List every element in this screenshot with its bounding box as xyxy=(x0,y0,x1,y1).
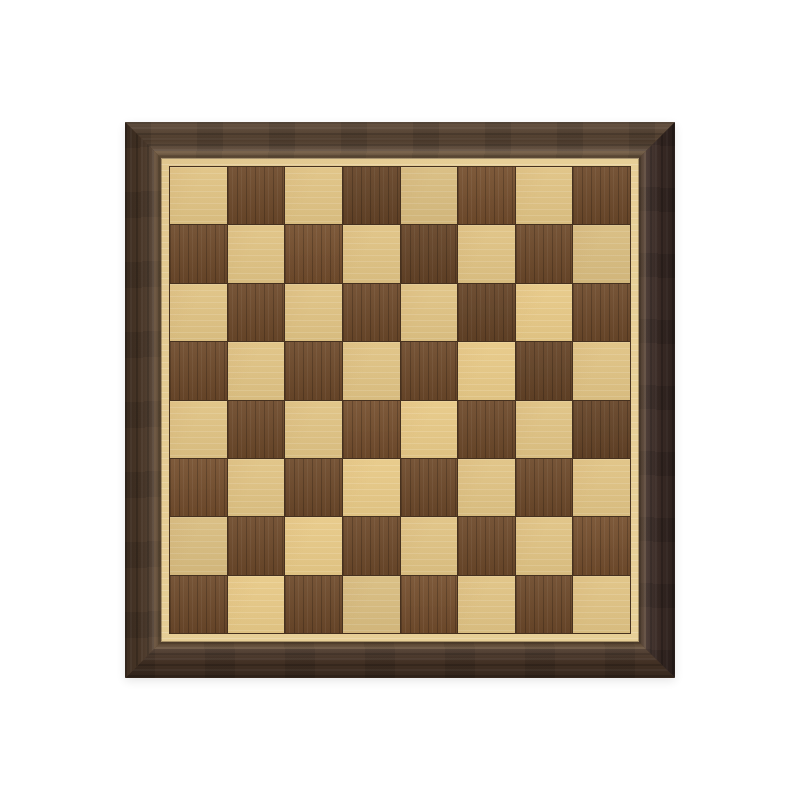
square-b6[interactable] xyxy=(228,284,285,341)
square-g6[interactable] xyxy=(516,284,573,341)
square-c4[interactable] xyxy=(285,401,342,458)
square-h2[interactable] xyxy=(573,517,630,574)
square-e7[interactable] xyxy=(401,225,458,282)
frame-bottom-rail xyxy=(125,642,675,678)
square-d6[interactable] xyxy=(343,284,400,341)
square-g1[interactable] xyxy=(516,576,573,633)
square-d4[interactable] xyxy=(343,401,400,458)
square-e6[interactable] xyxy=(401,284,458,341)
square-b5[interactable] xyxy=(228,342,285,399)
square-e5[interactable] xyxy=(401,342,458,399)
square-a8[interactable] xyxy=(170,167,227,224)
chess-board xyxy=(125,122,675,678)
square-a3[interactable] xyxy=(170,459,227,516)
frame-left-rail xyxy=(125,122,161,678)
square-a2[interactable] xyxy=(170,517,227,574)
frame-top-rail xyxy=(125,122,675,158)
square-e2[interactable] xyxy=(401,517,458,574)
square-e3[interactable] xyxy=(401,459,458,516)
frame-right-rail xyxy=(639,122,675,678)
square-f8[interactable] xyxy=(458,167,515,224)
square-d1[interactable] xyxy=(343,576,400,633)
square-b7[interactable] xyxy=(228,225,285,282)
square-g3[interactable] xyxy=(516,459,573,516)
square-h1[interactable] xyxy=(573,576,630,633)
square-c7[interactable] xyxy=(285,225,342,282)
square-a4[interactable] xyxy=(170,401,227,458)
square-c1[interactable] xyxy=(285,576,342,633)
square-d5[interactable] xyxy=(343,342,400,399)
square-f3[interactable] xyxy=(458,459,515,516)
square-b1[interactable] xyxy=(228,576,285,633)
square-a7[interactable] xyxy=(170,225,227,282)
square-f7[interactable] xyxy=(458,225,515,282)
square-e1[interactable] xyxy=(401,576,458,633)
square-a1[interactable] xyxy=(170,576,227,633)
square-f6[interactable] xyxy=(458,284,515,341)
square-f2[interactable] xyxy=(458,517,515,574)
square-b2[interactable] xyxy=(228,517,285,574)
square-b3[interactable] xyxy=(228,459,285,516)
square-b4[interactable] xyxy=(228,401,285,458)
square-d7[interactable] xyxy=(343,225,400,282)
photo-background xyxy=(0,0,800,800)
square-c5[interactable] xyxy=(285,342,342,399)
squares-grid xyxy=(170,167,630,633)
square-d8[interactable] xyxy=(343,167,400,224)
square-d3[interactable] xyxy=(343,459,400,516)
square-a6[interactable] xyxy=(170,284,227,341)
square-g5[interactable] xyxy=(516,342,573,399)
square-g2[interactable] xyxy=(516,517,573,574)
square-h6[interactable] xyxy=(573,284,630,341)
square-h7[interactable] xyxy=(573,225,630,282)
square-f1[interactable] xyxy=(458,576,515,633)
square-g7[interactable] xyxy=(516,225,573,282)
square-h8[interactable] xyxy=(573,167,630,224)
square-c2[interactable] xyxy=(285,517,342,574)
square-e4[interactable] xyxy=(401,401,458,458)
square-h3[interactable] xyxy=(573,459,630,516)
square-d2[interactable] xyxy=(343,517,400,574)
square-h4[interactable] xyxy=(573,401,630,458)
square-c8[interactable] xyxy=(285,167,342,224)
square-b8[interactable] xyxy=(228,167,285,224)
square-c3[interactable] xyxy=(285,459,342,516)
square-g4[interactable] xyxy=(516,401,573,458)
square-c6[interactable] xyxy=(285,284,342,341)
square-g8[interactable] xyxy=(516,167,573,224)
square-a5[interactable] xyxy=(170,342,227,399)
square-f4[interactable] xyxy=(458,401,515,458)
square-e8[interactable] xyxy=(401,167,458,224)
square-h5[interactable] xyxy=(573,342,630,399)
square-f5[interactable] xyxy=(458,342,515,399)
